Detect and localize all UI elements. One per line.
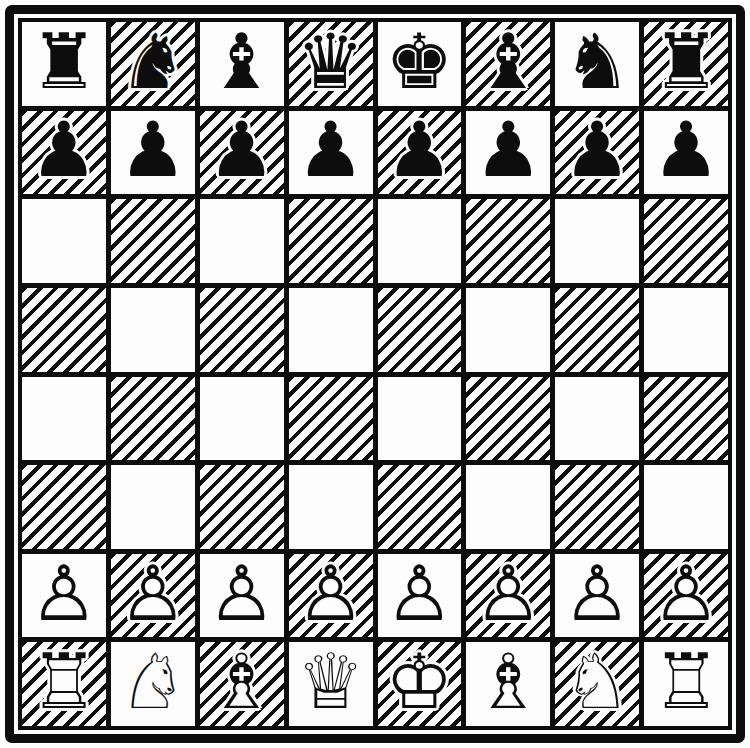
square-b8[interactable]: ♞♞ bbox=[111, 22, 195, 106]
piece-glyph: ♟ bbox=[563, 113, 631, 189]
square-f8[interactable]: ♝♝ bbox=[466, 22, 550, 106]
square-f5[interactable] bbox=[466, 288, 550, 372]
square-e3[interactable] bbox=[378, 465, 462, 549]
piece-glyph: ♙ bbox=[474, 556, 542, 632]
square-a7[interactable]: ♟♟ bbox=[22, 111, 106, 195]
piece-glyph: ♘ bbox=[119, 645, 187, 721]
white-pawn-icon: ♟♙ bbox=[200, 554, 284, 638]
white-pawn-icon: ♟♙ bbox=[378, 554, 462, 638]
square-d2[interactable]: ♟♙ bbox=[289, 554, 373, 638]
white-rook-icon: ♜♖ bbox=[644, 642, 728, 726]
piece-glyph: ♟ bbox=[474, 113, 542, 189]
square-g4[interactable] bbox=[555, 377, 639, 461]
square-h3[interactable] bbox=[644, 465, 728, 549]
square-e2[interactable]: ♟♙ bbox=[378, 554, 462, 638]
piece-glyph: ♜ bbox=[652, 24, 720, 100]
square-f2[interactable]: ♟♙ bbox=[466, 554, 550, 638]
piece-glyph: ♛ bbox=[296, 24, 364, 100]
square-e7[interactable]: ♟♟ bbox=[378, 111, 462, 195]
square-h7[interactable]: ♟♟ bbox=[644, 111, 728, 195]
black-rook-icon: ♜♜ bbox=[22, 22, 106, 106]
piece-glyph: ♘ bbox=[563, 645, 631, 721]
black-bishop-icon: ♝♝ bbox=[466, 22, 550, 106]
square-h1[interactable]: ♜♖ bbox=[644, 642, 728, 726]
black-pawn-icon: ♟♟ bbox=[200, 111, 284, 195]
black-king-icon: ♚♚ bbox=[378, 22, 462, 106]
square-b7[interactable]: ♟♟ bbox=[111, 111, 195, 195]
piece-glyph: ♙ bbox=[30, 556, 98, 632]
piece-glyph: ♞ bbox=[119, 24, 187, 100]
piece-glyph: ♖ bbox=[652, 645, 720, 721]
square-g6[interactable] bbox=[555, 199, 639, 283]
square-h4[interactable] bbox=[644, 377, 728, 461]
piece-glyph: ♙ bbox=[385, 556, 453, 632]
square-g1[interactable]: ♞♘ bbox=[555, 642, 639, 726]
square-a2[interactable]: ♟♙ bbox=[22, 554, 106, 638]
piece-glyph: ♚ bbox=[385, 24, 453, 100]
piece-glyph: ♖ bbox=[30, 645, 98, 721]
piece-glyph: ♟ bbox=[652, 113, 720, 189]
black-knight-icon: ♞♞ bbox=[555, 22, 639, 106]
square-f3[interactable] bbox=[466, 465, 550, 549]
piece-glyph: ♗ bbox=[208, 645, 276, 721]
piece-glyph: ♟ bbox=[208, 113, 276, 189]
white-bishop-icon: ♝♗ bbox=[200, 642, 284, 726]
square-e4[interactable] bbox=[378, 377, 462, 461]
black-pawn-icon: ♟♟ bbox=[289, 111, 373, 195]
square-f4[interactable] bbox=[466, 377, 550, 461]
square-a3[interactable] bbox=[22, 465, 106, 549]
square-a1[interactable]: ♜♖ bbox=[22, 642, 106, 726]
black-rook-icon: ♜♜ bbox=[644, 22, 728, 106]
square-e8[interactable]: ♚♚ bbox=[378, 22, 462, 106]
square-e5[interactable] bbox=[378, 288, 462, 372]
square-c6[interactable] bbox=[200, 199, 284, 283]
square-g7[interactable]: ♟♟ bbox=[555, 111, 639, 195]
piece-glyph: ♟ bbox=[296, 113, 364, 189]
piece-glyph: ♟ bbox=[385, 113, 453, 189]
black-pawn-icon: ♟♟ bbox=[466, 111, 550, 195]
white-pawn-icon: ♟♙ bbox=[289, 554, 373, 638]
square-c5[interactable] bbox=[200, 288, 284, 372]
black-pawn-icon: ♟♟ bbox=[22, 111, 106, 195]
black-pawn-icon: ♟♟ bbox=[378, 111, 462, 195]
square-d1[interactable]: ♛♕ bbox=[289, 642, 373, 726]
black-pawn-icon: ♟♟ bbox=[644, 111, 728, 195]
black-queen-icon: ♛♛ bbox=[289, 22, 373, 106]
white-pawn-icon: ♟♙ bbox=[466, 554, 550, 638]
square-b1[interactable]: ♞♘ bbox=[111, 642, 195, 726]
square-c8[interactable]: ♝♝ bbox=[200, 22, 284, 106]
piece-glyph: ♜ bbox=[30, 24, 98, 100]
square-a6[interactable] bbox=[22, 199, 106, 283]
white-bishop-icon: ♝♗ bbox=[466, 642, 550, 726]
square-h8[interactable]: ♜♜ bbox=[644, 22, 728, 106]
square-d4[interactable] bbox=[289, 377, 373, 461]
white-queen-icon: ♛♕ bbox=[289, 642, 373, 726]
square-c1[interactable]: ♝♗ bbox=[200, 642, 284, 726]
square-b4[interactable] bbox=[111, 377, 195, 461]
square-a5[interactable] bbox=[22, 288, 106, 372]
piece-glyph: ♝ bbox=[474, 24, 542, 100]
black-pawn-icon: ♟♟ bbox=[111, 111, 195, 195]
square-b2[interactable]: ♟♙ bbox=[111, 554, 195, 638]
piece-glyph: ♙ bbox=[296, 556, 364, 632]
black-bishop-icon: ♝♝ bbox=[200, 22, 284, 106]
white-pawn-icon: ♟♙ bbox=[22, 554, 106, 638]
piece-glyph: ♔ bbox=[385, 645, 453, 721]
white-pawn-icon: ♟♙ bbox=[644, 554, 728, 638]
square-h5[interactable] bbox=[644, 288, 728, 372]
white-king-icon: ♚♔ bbox=[378, 642, 462, 726]
square-a4[interactable] bbox=[22, 377, 106, 461]
piece-glyph: ♞ bbox=[563, 24, 631, 100]
square-d6[interactable] bbox=[289, 199, 373, 283]
square-d5[interactable] bbox=[289, 288, 373, 372]
square-h2[interactable]: ♟♙ bbox=[644, 554, 728, 638]
piece-glyph: ♕ bbox=[296, 645, 364, 721]
square-f1[interactable]: ♝♗ bbox=[466, 642, 550, 726]
white-knight-icon: ♞♘ bbox=[555, 642, 639, 726]
piece-glyph: ♗ bbox=[474, 645, 542, 721]
page-background: ♜♜♞♞♝♝♛♛♚♚♝♝♞♞♜♜♟♟♟♟♟♟♟♟♟♟♟♟♟♟♟♟♟♙♟♙♟♙♟♙… bbox=[0, 0, 750, 748]
square-e1[interactable]: ♚♔ bbox=[378, 642, 462, 726]
piece-glyph: ♝ bbox=[208, 24, 276, 100]
board-frame: ♜♜♞♞♝♝♛♛♚♚♝♝♞♞♜♜♟♟♟♟♟♟♟♟♟♟♟♟♟♟♟♟♟♙♟♙♟♙♟♙… bbox=[5, 5, 745, 743]
square-c3[interactable] bbox=[200, 465, 284, 549]
piece-glyph: ♟ bbox=[30, 113, 98, 189]
square-d8[interactable]: ♛♛ bbox=[289, 22, 373, 106]
square-c2[interactable]: ♟♙ bbox=[200, 554, 284, 638]
square-c4[interactable] bbox=[200, 377, 284, 461]
black-knight-icon: ♞♞ bbox=[111, 22, 195, 106]
square-g2[interactable]: ♟♙ bbox=[555, 554, 639, 638]
square-c7[interactable]: ♟♟ bbox=[200, 111, 284, 195]
chess-board: ♜♜♞♞♝♝♛♛♚♚♝♝♞♞♜♜♟♟♟♟♟♟♟♟♟♟♟♟♟♟♟♟♟♙♟♙♟♙♟♙… bbox=[18, 18, 732, 730]
white-knight-icon: ♞♘ bbox=[111, 642, 195, 726]
piece-glyph: ♙ bbox=[208, 556, 276, 632]
square-d3[interactable] bbox=[289, 465, 373, 549]
square-f6[interactable] bbox=[466, 199, 550, 283]
square-b6[interactable] bbox=[111, 199, 195, 283]
square-f7[interactable]: ♟♟ bbox=[466, 111, 550, 195]
white-pawn-icon: ♟♙ bbox=[555, 554, 639, 638]
piece-glyph: ♙ bbox=[119, 556, 187, 632]
square-h6[interactable] bbox=[644, 199, 728, 283]
white-pawn-icon: ♟♙ bbox=[111, 554, 195, 638]
square-b5[interactable] bbox=[111, 288, 195, 372]
piece-glyph: ♙ bbox=[563, 556, 631, 632]
white-rook-icon: ♜♖ bbox=[22, 642, 106, 726]
black-pawn-icon: ♟♟ bbox=[555, 111, 639, 195]
square-g3[interactable] bbox=[555, 465, 639, 549]
square-d7[interactable]: ♟♟ bbox=[289, 111, 373, 195]
square-e6[interactable] bbox=[378, 199, 462, 283]
square-g8[interactable]: ♞♞ bbox=[555, 22, 639, 106]
piece-glyph: ♙ bbox=[652, 556, 720, 632]
piece-glyph: ♟ bbox=[119, 113, 187, 189]
square-b3[interactable] bbox=[111, 465, 195, 549]
square-g5[interactable] bbox=[555, 288, 639, 372]
square-a8[interactable]: ♜♜ bbox=[22, 22, 106, 106]
